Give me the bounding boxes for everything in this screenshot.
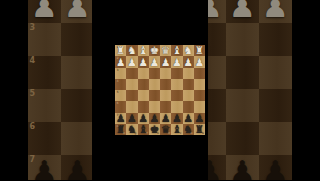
- square-f1[interactable]: ♝: [138, 45, 149, 56]
- square-a4[interactable]: [194, 79, 205, 90]
- square-c1[interactable]: ♝: [171, 45, 182, 56]
- white-pawn-icon: ♟: [183, 57, 192, 68]
- white-pawn-icon: ♟: [31, 0, 58, 22]
- square-a3[interactable]: [194, 68, 205, 79]
- square-d8[interactable]: ♛d: [160, 124, 171, 135]
- black-pawn-icon: ♟: [229, 157, 256, 181]
- rank-label-5: 5: [117, 91, 119, 94]
- file-label-f: f: [146, 132, 147, 135]
- white-pawn-icon: ♟: [150, 57, 159, 68]
- square-d6[interactable]: [160, 101, 171, 112]
- square-a7: ♟: [259, 155, 292, 180]
- square-c6[interactable]: [171, 101, 182, 112]
- square-h5[interactable]: 5: [115, 90, 126, 101]
- square-c4[interactable]: [171, 79, 182, 90]
- square-g7: ♟: [61, 155, 94, 180]
- square-h5: 5: [28, 89, 61, 122]
- square-b6: [226, 122, 259, 155]
- black-pawn-icon: ♟: [138, 113, 147, 124]
- black-pawn-icon: ♟: [150, 113, 159, 124]
- square-h7[interactable]: ♟7: [115, 113, 126, 124]
- square-b8[interactable]: ♞b: [183, 124, 194, 135]
- white-knight-icon: ♞: [127, 45, 136, 56]
- square-a5: [259, 89, 292, 122]
- square-a7[interactable]: ♟: [194, 113, 205, 124]
- square-f3[interactable]: [138, 68, 149, 79]
- square-h6: 6: [28, 122, 61, 155]
- square-a6: [259, 122, 292, 155]
- square-b2[interactable]: ♟: [183, 56, 194, 67]
- file-label-g: g: [134, 132, 136, 135]
- file-label-h: h: [123, 132, 125, 135]
- square-g8[interactable]: ♞g: [126, 124, 137, 135]
- square-g4: [61, 56, 94, 89]
- square-a3: [259, 23, 292, 56]
- square-b5: [226, 89, 259, 122]
- square-b4: [226, 56, 259, 89]
- white-pawn-icon: ♟: [172, 57, 181, 68]
- white-pawn-icon: ♟: [161, 57, 170, 68]
- white-king-icon: ♚: [150, 45, 159, 56]
- white-pawn-icon: ♟: [64, 0, 91, 22]
- square-a6[interactable]: [194, 101, 205, 112]
- square-g5: [61, 89, 94, 122]
- white-pawn-icon: ♟: [195, 57, 204, 68]
- rank-label-6: 6: [117, 102, 119, 105]
- file-label-c: c: [180, 132, 182, 135]
- file-label-a: a: [202, 132, 204, 135]
- square-a1[interactable]: ♜: [194, 45, 205, 56]
- square-d3[interactable]: [160, 68, 171, 79]
- square-c8[interactable]: ♝c: [171, 124, 182, 135]
- square-b1[interactable]: ♞: [183, 45, 194, 56]
- video-frame: ♜1♞♝♚♛♝♞♜♟2♟♟♟♟♟♟♟3456♟7♟♟♟♟♟♟♟♜8♞♝♚♛♝♞♜…: [0, 0, 320, 180]
- square-c3[interactable]: [171, 68, 182, 79]
- square-h7: ♟7: [28, 155, 61, 180]
- rank-label-8: 8: [117, 125, 119, 128]
- rank-label-7: 7: [117, 114, 119, 117]
- square-h3[interactable]: 3: [115, 68, 126, 79]
- square-g2: ♟: [61, 0, 94, 23]
- square-e4[interactable]: [149, 79, 160, 90]
- square-b7[interactable]: ♟: [183, 113, 194, 124]
- square-e8[interactable]: ♚e: [149, 124, 160, 135]
- rank-label-7: 7: [30, 156, 36, 164]
- file-label-b: b: [191, 132, 193, 135]
- square-g7[interactable]: ♟: [126, 113, 137, 124]
- black-pawn-icon: ♟: [161, 113, 170, 124]
- square-a2: ♟: [259, 0, 292, 23]
- square-f7[interactable]: ♟: [138, 113, 149, 124]
- square-b3[interactable]: [183, 68, 194, 79]
- square-a8[interactable]: ♜a: [194, 124, 205, 135]
- rank-label-3: 3: [30, 24, 36, 32]
- square-b5[interactable]: [183, 90, 194, 101]
- square-d5[interactable]: [160, 90, 171, 101]
- rank-label-4: 4: [30, 57, 36, 65]
- white-pawn-icon: ♟: [138, 57, 147, 68]
- square-c5[interactable]: [171, 90, 182, 101]
- file-label-e: e: [157, 132, 159, 135]
- square-b7: ♟: [226, 155, 259, 180]
- square-h6[interactable]: 6: [115, 101, 126, 112]
- square-h2: ♟2: [28, 0, 61, 23]
- rank-label-4: 4: [117, 80, 119, 83]
- square-g2[interactable]: ♟: [126, 56, 137, 67]
- black-pawn-icon: ♟: [172, 113, 181, 124]
- white-rook-icon: ♜: [195, 45, 204, 56]
- white-pawn-icon: ♟: [262, 0, 289, 22]
- black-pawn-icon: ♟: [31, 157, 58, 181]
- square-g5[interactable]: [126, 90, 137, 101]
- black-pawn-icon: ♟: [195, 113, 204, 124]
- square-e3[interactable]: [149, 68, 160, 79]
- square-h1[interactable]: ♜1: [115, 45, 126, 56]
- square-b2: ♟: [226, 0, 259, 23]
- black-pawn-icon: ♟: [262, 157, 289, 181]
- rank-label-3: 3: [117, 69, 119, 72]
- square-a2[interactable]: ♟: [194, 56, 205, 67]
- square-f4[interactable]: [138, 79, 149, 90]
- rank-label-5: 5: [30, 90, 36, 98]
- square-c2[interactable]: ♟: [171, 56, 182, 67]
- square-f6[interactable]: [138, 101, 149, 112]
- square-e2[interactable]: ♟: [149, 56, 160, 67]
- chessboard: ♜1♞♝♚♛♝♞♜♟2♟♟♟♟♟♟♟3456♟7♟♟♟♟♟♟♟♜8h♞g♝f♚e…: [115, 45, 205, 135]
- square-d7[interactable]: ♟: [160, 113, 171, 124]
- square-h4: 4: [28, 56, 61, 89]
- square-f5[interactable]: [138, 90, 149, 101]
- square-d1[interactable]: ♛: [160, 45, 171, 56]
- square-h3: 3: [28, 23, 61, 56]
- square-d4[interactable]: [160, 79, 171, 90]
- square-a5[interactable]: [194, 90, 205, 101]
- white-pawn-icon: ♟: [127, 57, 136, 68]
- white-knight-icon: ♞: [183, 45, 192, 56]
- black-pawn-icon: ♟: [183, 113, 192, 124]
- square-h4[interactable]: 4: [115, 79, 126, 90]
- black-pawn-icon: ♟: [127, 113, 136, 124]
- rank-label-2: 2: [117, 57, 119, 60]
- file-label-d: d: [168, 132, 170, 135]
- rank-label-1: 1: [117, 46, 119, 49]
- square-e5[interactable]: [149, 90, 160, 101]
- square-g6[interactable]: [126, 101, 137, 112]
- white-bishop-icon: ♝: [172, 45, 181, 56]
- square-h2[interactable]: ♟2: [115, 56, 126, 67]
- square-g6: [61, 122, 94, 155]
- white-pawn-icon: ♟: [229, 0, 256, 22]
- white-queen-icon: ♛: [161, 45, 170, 56]
- square-f2[interactable]: ♟: [138, 56, 149, 67]
- square-f8[interactable]: ♝f: [138, 124, 149, 135]
- square-g3[interactable]: [126, 68, 137, 79]
- square-b3: [226, 23, 259, 56]
- square-b4[interactable]: [183, 79, 194, 90]
- square-h8[interactable]: ♜8h: [115, 124, 126, 135]
- square-a4: [259, 56, 292, 89]
- square-e1[interactable]: ♚: [149, 45, 160, 56]
- black-pawn-icon: ♟: [64, 157, 91, 181]
- rank-label-6: 6: [30, 123, 36, 131]
- square-g1[interactable]: ♞: [126, 45, 137, 56]
- square-g3: [61, 23, 94, 56]
- square-g4[interactable]: [126, 79, 137, 90]
- square-e7[interactable]: ♟: [149, 113, 160, 124]
- square-d2[interactable]: ♟: [160, 56, 171, 67]
- white-bishop-icon: ♝: [138, 45, 147, 56]
- square-b6[interactable]: [183, 101, 194, 112]
- square-c7[interactable]: ♟: [171, 113, 182, 124]
- square-e6[interactable]: [149, 101, 160, 112]
